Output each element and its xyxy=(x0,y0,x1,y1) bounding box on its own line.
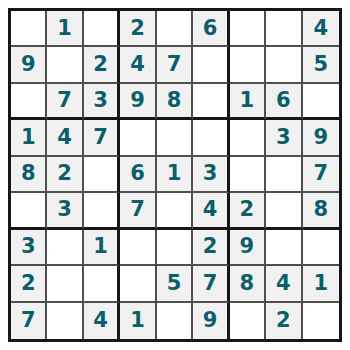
cell-r4c9: 9 xyxy=(303,120,339,156)
cell-r8c6: 7 xyxy=(193,266,229,302)
cell-r4c2: 4 xyxy=(47,120,83,156)
cell-r3c5: 8 xyxy=(157,84,193,120)
cell-r7c7: 9 xyxy=(230,230,266,266)
cell-r7c9[interactable] xyxy=(303,230,339,266)
cell-r2c7[interactable] xyxy=(230,47,266,83)
cell-r5c7[interactable] xyxy=(230,157,266,193)
cell-r5c9: 7 xyxy=(303,157,339,193)
cell-r7c6: 2 xyxy=(193,230,229,266)
cell-r9c1: 7 xyxy=(11,303,47,339)
cell-r1c7[interactable] xyxy=(230,11,266,47)
cell-r3c9[interactable] xyxy=(303,84,339,120)
cell-r1c8[interactable] xyxy=(266,11,302,47)
cell-r9c3: 4 xyxy=(84,303,120,339)
cell-r9c8: 2 xyxy=(266,303,302,339)
cell-r4c3: 7 xyxy=(84,120,120,156)
cell-r5c6: 3 xyxy=(193,157,229,193)
cell-r1c2: 1 xyxy=(47,11,83,47)
cell-r6c2: 3 xyxy=(47,193,83,229)
cell-r6c1[interactable] xyxy=(11,193,47,229)
cell-r5c2: 2 xyxy=(47,157,83,193)
cell-r4c4[interactable] xyxy=(120,120,156,156)
cell-r6c7: 2 xyxy=(230,193,266,229)
cell-r3c8: 6 xyxy=(266,84,302,120)
cell-r5c5: 1 xyxy=(157,157,193,193)
cell-r7c1: 3 xyxy=(11,230,47,266)
cell-r6c8[interactable] xyxy=(266,193,302,229)
sudoku-board: 1264924757398161473982613737428312925784… xyxy=(8,8,342,342)
cell-r2c2[interactable] xyxy=(47,47,83,83)
cell-r4c5[interactable] xyxy=(157,120,193,156)
cell-r3c4: 9 xyxy=(120,84,156,120)
cell-r2c8[interactable] xyxy=(266,47,302,83)
cell-r9c9[interactable] xyxy=(303,303,339,339)
cell-r8c9: 1 xyxy=(303,266,339,302)
cell-r7c2[interactable] xyxy=(47,230,83,266)
cell-r9c6: 9 xyxy=(193,303,229,339)
cell-r5c1: 8 xyxy=(11,157,47,193)
cell-r1c3[interactable] xyxy=(84,11,120,47)
cell-r1c1[interactable] xyxy=(11,11,47,47)
cell-r2c3: 2 xyxy=(84,47,120,83)
cell-r8c1: 2 xyxy=(11,266,47,302)
cell-r3c7: 1 xyxy=(230,84,266,120)
cell-r3c6[interactable] xyxy=(193,84,229,120)
cell-r8c4[interactable] xyxy=(120,266,156,302)
cell-r3c1[interactable] xyxy=(11,84,47,120)
cell-r3c3: 3 xyxy=(84,84,120,120)
cell-r7c5[interactable] xyxy=(157,230,193,266)
cell-r5c8[interactable] xyxy=(266,157,302,193)
cell-r6c9: 8 xyxy=(303,193,339,229)
cell-r6c5[interactable] xyxy=(157,193,193,229)
cell-r6c4: 7 xyxy=(120,193,156,229)
cell-r8c3[interactable] xyxy=(84,266,120,302)
cell-r6c3[interactable] xyxy=(84,193,120,229)
cell-r4c8: 3 xyxy=(266,120,302,156)
sudoku-page: 1264924757398161473982613737428312925784… xyxy=(0,0,350,350)
cell-r2c6[interactable] xyxy=(193,47,229,83)
cell-r1c5[interactable] xyxy=(157,11,193,47)
cell-r8c5: 5 xyxy=(157,266,193,302)
cell-r4c7[interactable] xyxy=(230,120,266,156)
cell-r9c4: 1 xyxy=(120,303,156,339)
cell-r1c6: 6 xyxy=(193,11,229,47)
cell-r9c5[interactable] xyxy=(157,303,193,339)
cell-r7c3: 1 xyxy=(84,230,120,266)
cell-r3c2: 7 xyxy=(47,84,83,120)
cell-r8c2[interactable] xyxy=(47,266,83,302)
cell-r5c4: 6 xyxy=(120,157,156,193)
cell-r7c4[interactable] xyxy=(120,230,156,266)
cell-r2c5: 7 xyxy=(157,47,193,83)
cell-r1c4: 2 xyxy=(120,11,156,47)
cell-r5c3[interactable] xyxy=(84,157,120,193)
cell-r4c1: 1 xyxy=(11,120,47,156)
cell-r2c4: 4 xyxy=(120,47,156,83)
cell-r7c8[interactable] xyxy=(266,230,302,266)
cell-r9c2[interactable] xyxy=(47,303,83,339)
cell-r2c9: 5 xyxy=(303,47,339,83)
cell-r9c7[interactable] xyxy=(230,303,266,339)
cell-r8c7: 8 xyxy=(230,266,266,302)
cell-r8c8: 4 xyxy=(266,266,302,302)
cell-r2c1: 9 xyxy=(11,47,47,83)
cell-r1c9: 4 xyxy=(303,11,339,47)
cell-r6c6: 4 xyxy=(193,193,229,229)
cell-r4c6[interactable] xyxy=(193,120,229,156)
